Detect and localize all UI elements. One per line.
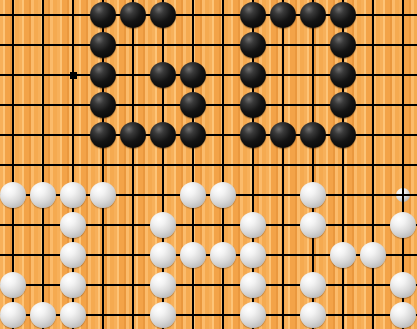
cursor-crosshair [390, 182, 416, 208]
white-stone [150, 242, 176, 268]
white-stone [240, 302, 266, 328]
black-stone [120, 2, 146, 28]
white-stone [60, 242, 86, 268]
grid-line-horizontal [0, 164, 417, 166]
white-stone [180, 242, 206, 268]
white-stone [0, 272, 26, 298]
black-stone [120, 122, 146, 148]
white-stone [150, 212, 176, 238]
hoshi-star-point [70, 72, 77, 79]
black-stone [240, 92, 266, 118]
black-stone [180, 92, 206, 118]
black-stone [150, 62, 176, 88]
black-stone [330, 32, 356, 58]
black-stone [330, 2, 356, 28]
black-stone [180, 122, 206, 148]
go-board[interactable] [0, 0, 417, 329]
white-stone [210, 182, 236, 208]
white-stone [30, 182, 56, 208]
app-window [0, 0, 417, 329]
white-stone [90, 182, 116, 208]
black-stone [300, 2, 326, 28]
cursor-cross-bar [402, 183, 404, 207]
black-stone [240, 32, 266, 58]
black-stone [90, 32, 116, 58]
white-stone [240, 272, 266, 298]
black-stone [150, 122, 176, 148]
black-stone [270, 2, 296, 28]
white-stone [300, 302, 326, 328]
black-stone [330, 122, 356, 148]
black-stone [240, 62, 266, 88]
white-stone [240, 212, 266, 238]
black-stone [240, 122, 266, 148]
white-stone [210, 242, 236, 268]
black-stone [270, 122, 296, 148]
white-stone [60, 182, 86, 208]
white-stone [240, 242, 266, 268]
black-stone [150, 2, 176, 28]
white-stone [180, 182, 206, 208]
white-stone [360, 242, 386, 268]
white-stone [300, 182, 326, 208]
white-stone [60, 302, 86, 328]
black-stone [90, 122, 116, 148]
white-stone [60, 272, 86, 298]
white-stone [150, 302, 176, 328]
white-stone [150, 272, 176, 298]
black-stone [300, 122, 326, 148]
white-stone [390, 302, 416, 328]
white-stone [60, 212, 86, 238]
white-stone [30, 302, 56, 328]
white-stone [0, 302, 26, 328]
white-stone [330, 242, 356, 268]
black-stone [330, 62, 356, 88]
black-stone [240, 2, 266, 28]
white-stone [300, 272, 326, 298]
white-stone [0, 182, 26, 208]
black-stone [90, 62, 116, 88]
black-stone [90, 92, 116, 118]
black-stone [330, 92, 356, 118]
white-stone [390, 272, 416, 298]
white-stone [390, 212, 416, 238]
white-stone [300, 212, 326, 238]
black-stone [180, 62, 206, 88]
black-stone [90, 2, 116, 28]
